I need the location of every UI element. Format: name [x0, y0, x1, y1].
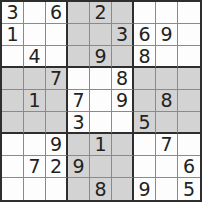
- cell-r6c7-given[interactable]: 5: [134, 112, 156, 134]
- cell-r2c5-empty[interactable]: [90, 24, 112, 46]
- cell-r3c1-empty[interactable]: [2, 46, 24, 68]
- cell-r7c6-empty[interactable]: [112, 134, 134, 156]
- cell-r7c1-empty[interactable]: [2, 134, 24, 156]
- cell-r7c7-empty[interactable]: [134, 134, 156, 156]
- cell-r3c3-empty[interactable]: [46, 46, 68, 68]
- cell-r8c7-empty[interactable]: [134, 156, 156, 178]
- cell-r8c1-empty[interactable]: [2, 156, 24, 178]
- cell-r2c3-empty[interactable]: [46, 24, 68, 46]
- cell-r8c4-given[interactable]: 9: [68, 156, 90, 178]
- cell-r4c9-empty[interactable]: [178, 68, 200, 90]
- cell-r9c4-empty[interactable]: [68, 178, 90, 200]
- cell-r9c5-given[interactable]: 8: [90, 178, 112, 200]
- cell-r8c3-given[interactable]: 2: [46, 156, 68, 178]
- cell-r6c3-empty[interactable]: [46, 112, 68, 134]
- cell-r6c2-empty[interactable]: [24, 112, 46, 134]
- cell-r5c3-empty[interactable]: [46, 90, 68, 112]
- cell-r8c5-empty[interactable]: [90, 156, 112, 178]
- cell-r9c1-empty[interactable]: [2, 178, 24, 200]
- cell-r7c9-empty[interactable]: [178, 134, 200, 156]
- cell-r3c4-empty[interactable]: [68, 46, 90, 68]
- cell-r9c6-empty[interactable]: [112, 178, 134, 200]
- cell-r7c3-given[interactable]: 9: [46, 134, 68, 156]
- cell-r4c3-given[interactable]: 7: [46, 68, 68, 90]
- cell-r6c8-empty[interactable]: [156, 112, 178, 134]
- cell-r5c1-empty[interactable]: [2, 90, 24, 112]
- cell-r9c9-given[interactable]: 5: [178, 178, 200, 200]
- cell-r6c1-empty[interactable]: [2, 112, 24, 134]
- cell-r8c9-given[interactable]: 6: [178, 156, 200, 178]
- cell-r7c8-given[interactable]: 7: [156, 134, 178, 156]
- cell-r3c9-empty[interactable]: [178, 46, 200, 68]
- cell-r3c2-given[interactable]: 4: [24, 46, 46, 68]
- cell-r1c7-empty[interactable]: [134, 2, 156, 24]
- cell-r5c4-given[interactable]: 7: [68, 90, 90, 112]
- cell-r9c8-empty[interactable]: [156, 178, 178, 200]
- sudoku-board: 3621369498781798359177296895: [0, 0, 202, 202]
- cell-r4c2-empty[interactable]: [24, 68, 46, 90]
- cell-r8c8-empty[interactable]: [156, 156, 178, 178]
- cell-r3c6-empty[interactable]: [112, 46, 134, 68]
- cell-r2c7-given[interactable]: 6: [134, 24, 156, 46]
- cell-r7c4-empty[interactable]: [68, 134, 90, 156]
- cell-r7c2-empty[interactable]: [24, 134, 46, 156]
- cell-r4c5-empty[interactable]: [90, 68, 112, 90]
- cell-r2c2-empty[interactable]: [24, 24, 46, 46]
- cell-r1c9-empty[interactable]: [178, 2, 200, 24]
- cell-r1c5-given[interactable]: 2: [90, 2, 112, 24]
- cell-r5c9-empty[interactable]: [178, 90, 200, 112]
- cell-r4c6-given[interactable]: 8: [112, 68, 134, 90]
- cell-r9c3-empty[interactable]: [46, 178, 68, 200]
- cell-r4c7-empty[interactable]: [134, 68, 156, 90]
- cell-r1c4-empty[interactable]: [68, 2, 90, 24]
- cell-r4c4-empty[interactable]: [68, 68, 90, 90]
- cell-r3c8-empty[interactable]: [156, 46, 178, 68]
- cell-r4c8-empty[interactable]: [156, 68, 178, 90]
- cell-r5c7-empty[interactable]: [134, 90, 156, 112]
- cell-r9c7-given[interactable]: 9: [134, 178, 156, 200]
- cell-r1c8-empty[interactable]: [156, 2, 178, 24]
- cell-r7c5-given[interactable]: 1: [90, 134, 112, 156]
- cell-r2c1-given[interactable]: 1: [2, 24, 24, 46]
- cell-r5c5-empty[interactable]: [90, 90, 112, 112]
- cell-r4c1-empty[interactable]: [2, 68, 24, 90]
- cell-r9c2-empty[interactable]: [24, 178, 46, 200]
- cell-r6c4-given[interactable]: 3: [68, 112, 90, 134]
- cell-r6c9-empty[interactable]: [178, 112, 200, 134]
- sudoku-app: 3621369498781798359177296895: [0, 0, 202, 202]
- cell-r1c2-empty[interactable]: [24, 2, 46, 24]
- cell-r8c6-empty[interactable]: [112, 156, 134, 178]
- cell-r2c8-given[interactable]: 9: [156, 24, 178, 46]
- cell-r1c1-given[interactable]: 3: [2, 2, 24, 24]
- cell-r2c4-empty[interactable]: [68, 24, 90, 46]
- cell-r3c7-given[interactable]: 8: [134, 46, 156, 68]
- cell-r3c5-given[interactable]: 9: [90, 46, 112, 68]
- cell-r5c2-given[interactable]: 1: [24, 90, 46, 112]
- cell-r1c6-empty[interactable]: [112, 2, 134, 24]
- cell-r6c5-empty[interactable]: [90, 112, 112, 134]
- cell-r6c6-empty[interactable]: [112, 112, 134, 134]
- cell-r1c3-given[interactable]: 6: [46, 2, 68, 24]
- cell-r5c6-given[interactable]: 9: [112, 90, 134, 112]
- cell-r5c8-given[interactable]: 8: [156, 90, 178, 112]
- cell-r2c6-given[interactable]: 3: [112, 24, 134, 46]
- cell-r2c9-empty[interactable]: [178, 24, 200, 46]
- cell-r8c2-given[interactable]: 7: [24, 156, 46, 178]
